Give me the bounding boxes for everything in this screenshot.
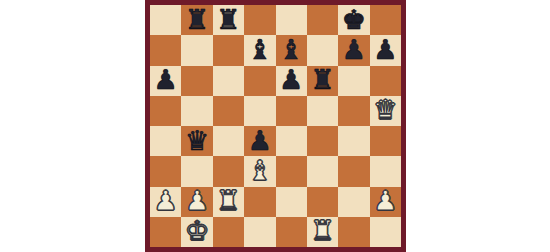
- square-h5[interactable]: ♛: [370, 96, 401, 126]
- piece-black-pawn[interactable]: ♟: [248, 127, 272, 154]
- square-b4[interactable]: ♛: [181, 126, 212, 156]
- piece-white-rook[interactable]: ♜: [310, 217, 334, 244]
- square-f5[interactable]: [307, 96, 338, 126]
- square-f1[interactable]: ♜: [307, 217, 338, 247]
- square-g7[interactable]: ♟: [338, 35, 369, 65]
- square-e3[interactable]: [276, 156, 307, 186]
- square-a4[interactable]: [150, 126, 181, 156]
- square-a8[interactable]: [150, 5, 181, 35]
- page: ♜♜♚♝♝♟♟♟♟♜♛♛♟♝♟♟♜♟♚♜: [0, 0, 550, 252]
- square-d1[interactable]: [244, 217, 275, 247]
- square-g8[interactable]: ♚: [338, 5, 369, 35]
- square-b8[interactable]: ♜: [181, 5, 212, 35]
- piece-black-bishop[interactable]: ♝: [279, 36, 303, 63]
- square-c6[interactable]: [213, 66, 244, 96]
- square-a2[interactable]: ♟: [150, 187, 181, 217]
- square-e2[interactable]: [276, 187, 307, 217]
- piece-white-rook[interactable]: ♜: [216, 187, 240, 214]
- square-f2[interactable]: [307, 187, 338, 217]
- square-g1[interactable]: [338, 217, 369, 247]
- piece-black-pawn[interactable]: ♟: [279, 66, 303, 93]
- square-a3[interactable]: [150, 156, 181, 186]
- square-h8[interactable]: [370, 5, 401, 35]
- square-b1[interactable]: ♚: [181, 217, 212, 247]
- square-d8[interactable]: [244, 5, 275, 35]
- square-g3[interactable]: [338, 156, 369, 186]
- square-d6[interactable]: [244, 66, 275, 96]
- piece-black-rook[interactable]: ♜: [185, 6, 209, 33]
- square-a6[interactable]: ♟: [150, 66, 181, 96]
- square-c5[interactable]: [213, 96, 244, 126]
- square-e4[interactable]: [276, 126, 307, 156]
- square-d4[interactable]: ♟: [244, 126, 275, 156]
- square-e5[interactable]: [276, 96, 307, 126]
- square-h2[interactable]: ♟: [370, 187, 401, 217]
- square-g6[interactable]: [338, 66, 369, 96]
- square-h3[interactable]: [370, 156, 401, 186]
- square-b3[interactable]: [181, 156, 212, 186]
- square-f7[interactable]: [307, 35, 338, 65]
- square-b6[interactable]: [181, 66, 212, 96]
- square-e8[interactable]: [276, 5, 307, 35]
- board-grid: ♜♜♚♝♝♟♟♟♟♜♛♛♟♝♟♟♜♟♚♜: [150, 5, 401, 247]
- piece-black-queen[interactable]: ♛: [185, 127, 209, 154]
- square-a1[interactable]: [150, 217, 181, 247]
- square-c4[interactable]: [213, 126, 244, 156]
- square-h6[interactable]: [370, 66, 401, 96]
- square-h4[interactable]: [370, 126, 401, 156]
- square-a7[interactable]: [150, 35, 181, 65]
- piece-white-queen[interactable]: ♛: [373, 96, 397, 123]
- square-b2[interactable]: ♟: [181, 187, 212, 217]
- square-f8[interactable]: [307, 5, 338, 35]
- chess-board: ♜♜♚♝♝♟♟♟♟♜♛♛♟♝♟♟♜♟♚♜: [145, 0, 406, 252]
- piece-black-rook[interactable]: ♜: [216, 6, 240, 33]
- square-a5[interactable]: [150, 96, 181, 126]
- piece-black-bishop[interactable]: ♝: [248, 36, 272, 63]
- square-c8[interactable]: ♜: [213, 5, 244, 35]
- square-g4[interactable]: [338, 126, 369, 156]
- square-c3[interactable]: [213, 156, 244, 186]
- piece-black-king[interactable]: ♚: [342, 6, 366, 33]
- square-d2[interactable]: [244, 187, 275, 217]
- square-h1[interactable]: [370, 217, 401, 247]
- square-e7[interactable]: ♝: [276, 35, 307, 65]
- square-c1[interactable]: [213, 217, 244, 247]
- piece-black-rook[interactable]: ♜: [310, 66, 334, 93]
- square-e6[interactable]: ♟: [276, 66, 307, 96]
- piece-white-pawn[interactable]: ♟: [154, 187, 178, 214]
- square-f3[interactable]: [307, 156, 338, 186]
- square-d7[interactable]: ♝: [244, 35, 275, 65]
- square-c7[interactable]: [213, 35, 244, 65]
- piece-white-pawn[interactable]: ♟: [185, 187, 209, 214]
- square-f6[interactable]: ♜: [307, 66, 338, 96]
- square-h7[interactable]: ♟: [370, 35, 401, 65]
- piece-white-bishop[interactable]: ♝: [248, 157, 272, 184]
- square-d3[interactable]: ♝: [244, 156, 275, 186]
- square-c2[interactable]: ♜: [213, 187, 244, 217]
- square-b5[interactable]: [181, 96, 212, 126]
- piece-black-pawn[interactable]: ♟: [154, 66, 178, 93]
- piece-black-pawn[interactable]: ♟: [342, 36, 366, 63]
- piece-white-king[interactable]: ♚: [185, 217, 209, 244]
- piece-white-pawn[interactable]: ♟: [373, 187, 397, 214]
- square-e1[interactable]: [276, 217, 307, 247]
- piece-black-pawn[interactable]: ♟: [373, 36, 397, 63]
- square-g2[interactable]: [338, 187, 369, 217]
- square-d5[interactable]: [244, 96, 275, 126]
- square-g5[interactable]: [338, 96, 369, 126]
- square-f4[interactable]: [307, 126, 338, 156]
- square-b7[interactable]: [181, 35, 212, 65]
